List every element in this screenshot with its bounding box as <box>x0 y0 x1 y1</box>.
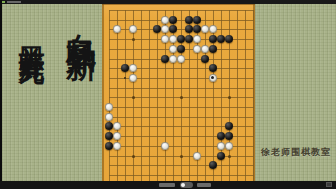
stone-black <box>217 132 225 140</box>
stone-white <box>225 142 233 150</box>
stone-white <box>105 103 113 111</box>
stone-black <box>225 132 233 140</box>
app-window: 白杨鼎新 黑芝野虎丸 徐老师围棋教室 <box>0 0 336 189</box>
stone-white <box>113 122 121 130</box>
window-title-text <box>7 1 21 3</box>
stone-black <box>105 132 113 140</box>
stone-black <box>225 35 233 43</box>
stone-black <box>209 35 217 43</box>
stone-black <box>121 64 129 72</box>
stone-white <box>169 35 177 43</box>
stone-white <box>113 25 121 33</box>
stone-black <box>193 16 201 24</box>
stone-black <box>217 152 225 160</box>
stone-black <box>105 122 113 130</box>
stone-white <box>129 74 137 82</box>
stone-white <box>193 45 201 53</box>
star-point <box>228 155 231 158</box>
grid-line-horizontal <box>109 88 254 89</box>
stone-black <box>177 35 185 43</box>
stone-white <box>113 142 121 150</box>
point-marker <box>124 77 126 79</box>
stone-black <box>169 16 177 24</box>
grid-line-horizontal <box>109 117 254 118</box>
star-point <box>132 155 135 158</box>
stone-white <box>201 25 209 33</box>
stone-black <box>185 25 193 33</box>
star-point <box>132 38 135 41</box>
stone-black <box>225 122 233 130</box>
grid-line-horizontal <box>109 175 254 176</box>
stone-black <box>209 64 217 72</box>
taskbar-tray-icon[interactable] <box>326 182 332 187</box>
stone-white <box>209 25 217 33</box>
stone-black <box>153 25 161 33</box>
stone-white <box>161 35 169 43</box>
stone-white <box>129 25 137 33</box>
grid-line-horizontal <box>109 10 254 11</box>
stone-white <box>217 142 225 150</box>
stone-white <box>113 132 121 140</box>
star-point <box>228 96 231 99</box>
stone-white <box>177 55 185 63</box>
stone-black <box>209 45 217 53</box>
stone-black <box>169 25 177 33</box>
taskbar-toggle[interactable] <box>180 182 193 188</box>
stone-black <box>217 35 225 43</box>
window-left-edge <box>0 0 2 189</box>
stone-white <box>193 35 201 43</box>
stone-white <box>201 45 209 53</box>
stone-black <box>185 35 193 43</box>
stone-white <box>169 55 177 63</box>
stone-white <box>161 16 169 24</box>
stone-white <box>161 25 169 33</box>
taskbar-label-left <box>159 183 175 187</box>
stone-white <box>105 113 113 121</box>
stone-black <box>185 16 193 24</box>
grid-line-horizontal <box>109 165 254 166</box>
taskbar[interactable] <box>0 181 336 189</box>
stone-white <box>161 142 169 150</box>
taskbar-label-right <box>197 183 211 187</box>
star-point <box>180 96 183 99</box>
stone-black <box>209 161 217 169</box>
star-point <box>132 96 135 99</box>
watermark-text: 徐老师围棋教室 <box>256 146 336 159</box>
stone-white <box>169 45 177 53</box>
taskbar-toggle-knob <box>181 183 185 187</box>
stone-black <box>177 45 185 53</box>
player-black-name-column: 黑芝野虎丸 <box>15 26 50 41</box>
grid-line-horizontal <box>109 20 254 21</box>
app-icon <box>2 1 5 3</box>
stone-white <box>193 152 201 160</box>
stone-black <box>201 55 209 63</box>
stone-black <box>193 25 201 33</box>
player-white-name-column: 白杨鼎新 <box>60 10 101 30</box>
stone-black <box>105 142 113 150</box>
stone-black <box>161 55 169 63</box>
go-board[interactable] <box>102 4 255 181</box>
grid-line-horizontal <box>109 107 254 108</box>
star-point <box>180 155 183 158</box>
stone-white <box>129 64 137 72</box>
